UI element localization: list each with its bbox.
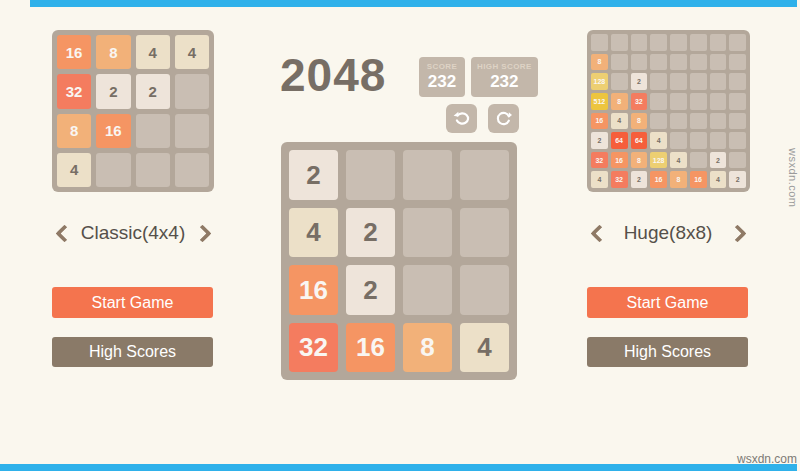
tile-16: 16 bbox=[650, 171, 667, 188]
empty-cell bbox=[346, 150, 395, 200]
bottom-accent-bar bbox=[0, 464, 797, 471]
tile-4: 4 bbox=[611, 113, 628, 130]
empty-cell bbox=[690, 73, 707, 90]
empty-cell bbox=[175, 114, 209, 148]
empty-cell bbox=[670, 73, 687, 90]
tile-2: 2 bbox=[289, 150, 338, 200]
next-mode-button[interactable] bbox=[729, 223, 749, 243]
tile-16: 16 bbox=[289, 265, 338, 315]
start-game-button[interactable]: Start Game bbox=[52, 287, 213, 318]
tile-2: 2 bbox=[631, 171, 648, 188]
tile-512: 512 bbox=[591, 93, 608, 110]
prev-mode-button[interactable] bbox=[587, 223, 607, 243]
chevron-right-icon bbox=[728, 224, 746, 242]
empty-cell bbox=[611, 54, 628, 71]
restart-button[interactable] bbox=[488, 104, 519, 133]
tile-2: 2 bbox=[591, 132, 608, 149]
empty-cell bbox=[460, 265, 509, 315]
tile-32: 32 bbox=[631, 93, 648, 110]
tile-64: 64 bbox=[631, 132, 648, 149]
empty-cell bbox=[690, 34, 707, 51]
empty-cell bbox=[611, 73, 628, 90]
high-scores-button[interactable]: High Scores bbox=[587, 337, 748, 367]
high-scores-button[interactable]: High Scores bbox=[52, 337, 213, 367]
score-label: SCORE bbox=[427, 62, 457, 71]
watermark: wsxdn.com bbox=[787, 148, 799, 208]
tile-128: 128 bbox=[650, 152, 667, 169]
empty-cell bbox=[729, 34, 746, 51]
huge-mode-selector: Huge(8x8) bbox=[587, 220, 749, 246]
tile-4: 4 bbox=[57, 153, 91, 187]
empty-cell bbox=[710, 54, 727, 71]
tile-8: 8 bbox=[57, 114, 91, 148]
tile-2: 2 bbox=[346, 265, 395, 315]
tile-64: 64 bbox=[611, 132, 628, 149]
tile-16: 16 bbox=[690, 171, 707, 188]
tile-32: 32 bbox=[611, 171, 628, 188]
empty-cell bbox=[690, 152, 707, 169]
tile-4: 4 bbox=[175, 35, 209, 69]
start-game-button[interactable]: Start Game bbox=[587, 287, 748, 318]
empty-cell bbox=[403, 150, 452, 200]
tile-2: 2 bbox=[346, 208, 395, 258]
empty-cell bbox=[403, 265, 452, 315]
empty-cell bbox=[650, 54, 667, 71]
empty-cell bbox=[670, 93, 687, 110]
chevron-right-icon bbox=[193, 224, 211, 242]
tile-2: 2 bbox=[729, 171, 746, 188]
empty-cell bbox=[710, 73, 727, 90]
high-score-label: HIGH SCORE bbox=[477, 62, 532, 71]
chevron-left-icon bbox=[590, 224, 608, 242]
empty-cell bbox=[460, 208, 509, 258]
tile-32: 32 bbox=[57, 74, 91, 108]
empty-cell bbox=[670, 132, 687, 149]
empty-cell bbox=[650, 73, 667, 90]
classic-preview-board: 1684432228164 bbox=[52, 30, 214, 192]
tile-16: 16 bbox=[96, 114, 130, 148]
bottom-white-strip bbox=[0, 471, 800, 475]
tile-16: 16 bbox=[591, 113, 608, 130]
score-panel: SCORE 232 HIGH SCORE 232 bbox=[419, 57, 538, 97]
tile-32: 32 bbox=[289, 323, 338, 373]
empty-cell bbox=[729, 113, 746, 130]
tile-4: 4 bbox=[710, 171, 727, 188]
top-accent-bar bbox=[30, 0, 797, 7]
refresh-icon bbox=[495, 110, 512, 127]
empty-cell bbox=[729, 132, 746, 149]
tile-8: 8 bbox=[591, 54, 608, 71]
tile-2: 2 bbox=[710, 152, 727, 169]
empty-cell bbox=[729, 73, 746, 90]
tile-8: 8 bbox=[670, 171, 687, 188]
tile-4: 4 bbox=[136, 35, 170, 69]
tile-128: 128 bbox=[591, 73, 608, 90]
empty-cell bbox=[631, 34, 648, 51]
empty-cell bbox=[175, 74, 209, 108]
empty-cell bbox=[690, 132, 707, 149]
tile-16: 16 bbox=[611, 152, 628, 169]
empty-cell bbox=[710, 93, 727, 110]
huge-preview-board: 8128251283216482646443216812842432216816… bbox=[587, 30, 750, 192]
tile-8: 8 bbox=[631, 152, 648, 169]
empty-cell bbox=[403, 208, 452, 258]
empty-cell bbox=[729, 93, 746, 110]
score-value: 232 bbox=[428, 72, 456, 92]
empty-cell bbox=[650, 113, 667, 130]
high-score-value: 232 bbox=[490, 72, 518, 92]
tile-4: 4 bbox=[650, 132, 667, 149]
tile-16: 16 bbox=[346, 323, 395, 373]
empty-cell bbox=[670, 113, 687, 130]
high-score-box: HIGH SCORE 232 bbox=[471, 57, 538, 97]
tile-32: 32 bbox=[591, 152, 608, 169]
next-mode-button[interactable] bbox=[194, 223, 214, 243]
empty-cell bbox=[729, 152, 746, 169]
tile-4: 4 bbox=[591, 171, 608, 188]
board-controls bbox=[446, 104, 519, 133]
empty-cell bbox=[690, 93, 707, 110]
chevron-left-icon bbox=[55, 224, 73, 242]
tile-8: 8 bbox=[631, 113, 648, 130]
tile-2: 2 bbox=[631, 73, 648, 90]
tile-4: 4 bbox=[670, 152, 687, 169]
empty-cell bbox=[96, 153, 130, 187]
empty-cell bbox=[591, 34, 608, 51]
empty-cell bbox=[710, 34, 727, 51]
main-game-board[interactable]: 242162321684 bbox=[281, 142, 517, 380]
undo-icon bbox=[453, 111, 471, 127]
undo-button[interactable] bbox=[446, 104, 477, 133]
empty-cell bbox=[650, 34, 667, 51]
empty-cell bbox=[710, 132, 727, 149]
empty-cell bbox=[670, 34, 687, 51]
empty-cell bbox=[460, 150, 509, 200]
tile-8: 8 bbox=[96, 35, 130, 69]
empty-cell bbox=[136, 153, 170, 187]
tile-2: 2 bbox=[136, 74, 170, 108]
tile-16: 16 bbox=[57, 35, 91, 69]
tile-8: 8 bbox=[611, 93, 628, 110]
empty-cell bbox=[631, 54, 648, 71]
empty-cell bbox=[690, 113, 707, 130]
empty-cell bbox=[175, 153, 209, 187]
empty-cell bbox=[710, 113, 727, 130]
empty-cell bbox=[611, 34, 628, 51]
empty-cell bbox=[729, 54, 746, 71]
empty-cell bbox=[690, 54, 707, 71]
score-box: SCORE 232 bbox=[419, 57, 465, 97]
classic-mode-selector: Classic(4x4) bbox=[52, 220, 214, 246]
empty-cell bbox=[136, 114, 170, 148]
tile-8: 8 bbox=[403, 323, 452, 373]
mode-label: Classic(4x4) bbox=[72, 222, 194, 244]
tile-4: 4 bbox=[289, 208, 338, 258]
mode-label: Huge(8x8) bbox=[607, 222, 729, 244]
tile-4: 4 bbox=[460, 323, 509, 373]
empty-cell bbox=[670, 54, 687, 71]
prev-mode-button[interactable] bbox=[52, 223, 72, 243]
page-title: 2048 bbox=[280, 48, 386, 102]
tile-2: 2 bbox=[96, 74, 130, 108]
empty-cell bbox=[650, 93, 667, 110]
